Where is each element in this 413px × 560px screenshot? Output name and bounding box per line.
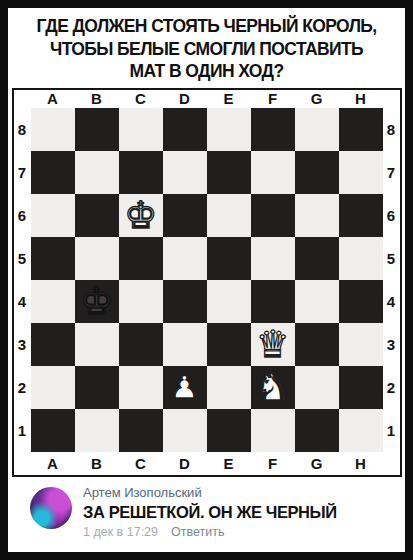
title-line-3: МАТ В ОДИН ХОД?: [8, 60, 405, 83]
square-d8: [163, 108, 207, 151]
file-label-top-c: C: [119, 90, 163, 108]
square-e4: [207, 280, 251, 323]
board-corner: [383, 452, 400, 475]
rank-label-right-6: 6: [383, 194, 400, 237]
square-d2: ♟: [163, 366, 207, 409]
file-label-bottom-b: B: [75, 452, 119, 475]
square-b7: [75, 151, 119, 194]
rank-label-right-2: 2: [383, 366, 400, 409]
square-d3: [163, 323, 207, 366]
square-a3: [31, 323, 75, 366]
square-h2: [339, 366, 383, 409]
square-c2: [119, 366, 163, 409]
square-h7: [339, 151, 383, 194]
file-label-top-a: A: [31, 90, 75, 108]
square-c6: ♚: [119, 194, 163, 237]
square-c1: [119, 409, 163, 452]
file-label-top-f: F: [251, 90, 295, 108]
square-c4: [119, 280, 163, 323]
square-f5: [251, 237, 295, 280]
square-c5: [119, 237, 163, 280]
rank-label-left-6: 6: [14, 194, 31, 237]
rank-label-left-7: 7: [14, 151, 31, 194]
reply-button[interactable]: Ответить: [171, 524, 224, 540]
file-label-bottom-h: H: [339, 452, 383, 475]
square-e1: [207, 409, 251, 452]
chess-board-panel: ABCDEFGH88776♚6554♚43♛32♟♞211ABCDEFGH: [12, 88, 402, 477]
square-b4: ♚: [75, 280, 119, 323]
square-f3: ♛: [251, 323, 295, 366]
comment-block: Артем Изопольский ЗА РЕШЕТКОЙ. ОН ЖЕ ЧЕР…: [8, 477, 405, 540]
rank-label-right-1: 1: [383, 409, 400, 452]
square-a1: [31, 409, 75, 452]
square-h6: [339, 194, 383, 237]
square-b1: [75, 409, 119, 452]
square-h3: [339, 323, 383, 366]
rank-label-left-3: 3: [14, 323, 31, 366]
square-g7: [295, 151, 339, 194]
square-g3: [295, 323, 339, 366]
square-f2: ♞: [251, 366, 295, 409]
square-a8: [31, 108, 75, 151]
board-corner: [14, 452, 31, 475]
title-line-1: ГДЕ ДОЛЖЕН СТОЯТЬ ЧЕРНЫЙ КОРОЛЬ,: [8, 15, 405, 38]
white-king-piece: ♚: [124, 194, 157, 237]
board-corner: [383, 90, 400, 108]
square-g1: [295, 409, 339, 452]
square-b6: [75, 194, 119, 237]
square-h4: [339, 280, 383, 323]
white-queen-piece: ♛: [256, 323, 289, 366]
rank-label-left-4: 4: [14, 280, 31, 323]
square-e2: [207, 366, 251, 409]
square-e5: [207, 237, 251, 280]
square-g6: [295, 194, 339, 237]
square-g4: [295, 280, 339, 323]
comment-column: Артем Изопольский ЗА РЕШЕТКОЙ. ОН ЖЕ ЧЕР…: [83, 485, 337, 540]
comment-text: ЗА РЕШЕТКОЙ. ОН ЖЕ ЧЕРНЫЙ: [83, 502, 337, 522]
timestamp: 1 дек в 17:29: [83, 524, 158, 540]
square-b3: [75, 323, 119, 366]
square-f4: [251, 280, 295, 323]
square-b8: [75, 108, 119, 151]
author-name[interactable]: Артем Изопольский: [83, 485, 337, 501]
file-label-bottom-a: A: [31, 452, 75, 475]
title-line-2: ЧТОБЫ БЕЛЫЕ СМОГЛИ ПОСТАВИТЬ: [8, 38, 405, 61]
square-a5: [31, 237, 75, 280]
square-h5: [339, 237, 383, 280]
black-king-piece: ♚: [80, 280, 113, 323]
rank-label-left-1: 1: [14, 409, 31, 452]
square-f7: [251, 151, 295, 194]
rank-label-right-8: 8: [383, 108, 400, 151]
square-b5: [75, 237, 119, 280]
square-d6: [163, 194, 207, 237]
file-label-bottom-e: E: [207, 452, 251, 475]
rank-label-right-4: 4: [383, 280, 400, 323]
square-e3: [207, 323, 251, 366]
square-h1: [339, 409, 383, 452]
rank-label-right-3: 3: [383, 323, 400, 366]
square-d7: [163, 151, 207, 194]
rank-label-right-7: 7: [383, 151, 400, 194]
file-label-bottom-f: F: [251, 452, 295, 475]
file-label-bottom-g: G: [295, 452, 339, 475]
square-d1: [163, 409, 207, 452]
square-f8: [251, 108, 295, 151]
square-e6: [207, 194, 251, 237]
square-a2: [31, 366, 75, 409]
square-f6: [251, 194, 295, 237]
white-knight-piece: ♞: [256, 366, 289, 409]
square-d4: [163, 280, 207, 323]
square-g5: [295, 237, 339, 280]
square-e8: [207, 108, 251, 151]
square-c8: [119, 108, 163, 151]
square-g8: [295, 108, 339, 151]
white-pawn-piece: ♟: [171, 366, 199, 409]
file-label-bottom-c: C: [119, 452, 163, 475]
file-label-top-b: B: [75, 90, 119, 108]
file-label-top-e: E: [207, 90, 251, 108]
square-b2: [75, 366, 119, 409]
rank-label-left-2: 2: [14, 366, 31, 409]
square-h8: [339, 108, 383, 151]
rank-label-left-8: 8: [14, 108, 31, 151]
file-label-top-g: G: [295, 90, 339, 108]
square-c7: [119, 151, 163, 194]
square-g2: [295, 366, 339, 409]
board-corner: [14, 90, 31, 108]
puzzle-title: ГДЕ ДОЛЖЕН СТОЯТЬ ЧЕРНЫЙ КОРОЛЬ, ЧТОБЫ Б…: [8, 15, 405, 83]
puzzle-poster: ГДЕ ДОЛЖЕН СТОЯТЬ ЧЕРНЫЙ КОРОЛЬ, ЧТОБЫ Б…: [0, 0, 413, 560]
rank-label-right-5: 5: [383, 237, 400, 280]
file-label-top-h: H: [339, 90, 383, 108]
rank-label-left-5: 5: [14, 237, 31, 280]
square-c3: [119, 323, 163, 366]
square-a4: [31, 280, 75, 323]
square-d5: [163, 237, 207, 280]
avatar[interactable]: [30, 487, 72, 529]
comment-meta: 1 дек в 17:29 Ответить: [83, 524, 337, 540]
file-label-top-d: D: [163, 90, 207, 108]
square-e7: [207, 151, 251, 194]
square-a6: [31, 194, 75, 237]
square-a7: [31, 151, 75, 194]
square-f1: [251, 409, 295, 452]
chess-board: ABCDEFGH88776♚6554♚43♛32♟♞211ABCDEFGH: [14, 90, 400, 475]
file-label-bottom-d: D: [163, 452, 207, 475]
